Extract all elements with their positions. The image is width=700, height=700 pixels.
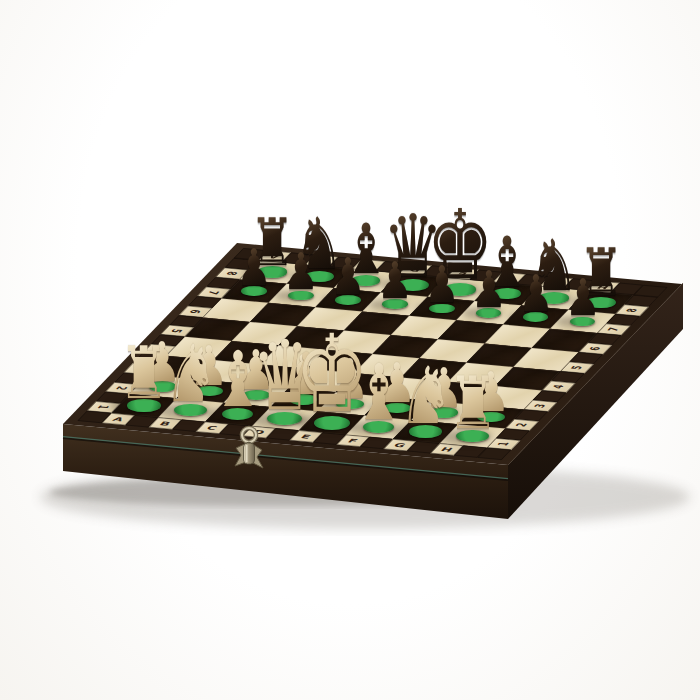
coord-label-2-right-rank-labels: 2 bbox=[514, 423, 530, 428]
coord-label-h-front-file-labels: H bbox=[439, 446, 454, 452]
coord-label-d-far-file-labels: D bbox=[408, 266, 423, 272]
coord-label-b-far-file-labels: B bbox=[315, 258, 329, 264]
coord-label-e-front-file-labels: E bbox=[299, 434, 312, 440]
coord-label-1-right-rank-labels: 1 bbox=[496, 442, 512, 447]
coord-label-6-right-rank-labels: 6 bbox=[588, 346, 604, 351]
coord-label-f-far-file-labels: F bbox=[503, 275, 516, 281]
coord-label-4-right-rank-labels: 4 bbox=[551, 384, 567, 389]
coord-label-b-front-file-labels: B bbox=[158, 421, 172, 427]
coord-label-8-right-rank-labels: 8 bbox=[624, 308, 640, 313]
coord-label-d-front-file-labels: D bbox=[252, 429, 267, 435]
coord-label-2-left-rank-labels: 2 bbox=[114, 386, 130, 391]
coord-label-8-left-rank-labels: 8 bbox=[224, 271, 240, 276]
coord-label-c-front-file-labels: C bbox=[205, 425, 219, 431]
wooden-chess-set-photo: ABCDEFGHABCDEFGH1234567812345678 ♜♞♝♛♚♝♞… bbox=[0, 0, 700, 700]
coord-label-7-right-rank-labels: 7 bbox=[606, 327, 622, 332]
coord-label-g-far-file-labels: G bbox=[549, 279, 564, 285]
coord-label-4-left-rank-labels: 4 bbox=[151, 348, 167, 353]
coord-label-h-far-file-labels: H bbox=[596, 284, 611, 290]
coord-label-3-right-rank-labels: 3 bbox=[533, 404, 549, 409]
coord-label-a-far-file-labels: A bbox=[268, 254, 282, 260]
coord-label-5-left-rank-labels: 5 bbox=[169, 329, 185, 334]
coord-label-7-left-rank-labels: 7 bbox=[206, 290, 222, 295]
coord-label-f-front-file-labels: F bbox=[346, 438, 359, 444]
coord-label-c-far-file-labels: C bbox=[362, 262, 376, 268]
coord-label-e-far-file-labels: E bbox=[456, 271, 469, 277]
coord-label-a-front-file-labels: A bbox=[111, 416, 125, 422]
coord-label-6-left-rank-labels: 6 bbox=[188, 309, 204, 314]
coord-label-5-right-rank-labels: 5 bbox=[569, 365, 585, 370]
coord-label-3-left-rank-labels: 3 bbox=[133, 367, 149, 372]
coord-label-g-front-file-labels: G bbox=[393, 442, 408, 448]
coord-label-1-left-rank-labels: 1 bbox=[96, 405, 112, 410]
